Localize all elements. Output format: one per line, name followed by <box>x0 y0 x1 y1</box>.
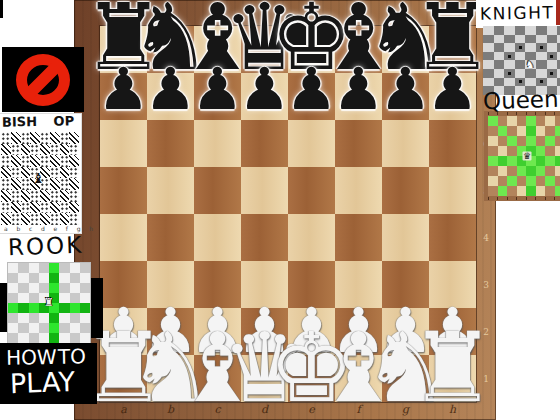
diagram-cell <box>1 178 11 190</box>
diagram-cell <box>526 166 536 176</box>
diagram-cell <box>536 176 546 186</box>
diagram-cell <box>80 263 90 273</box>
diagram-cell <box>517 116 527 126</box>
diagram-cell <box>488 166 498 176</box>
how-to-play-line2: PLAY <box>9 366 75 399</box>
diagram-cell <box>80 313 90 323</box>
diagram-cell <box>70 333 80 343</box>
diagram-cell <box>50 167 60 179</box>
diagram-cell <box>498 116 508 126</box>
diagram-cell <box>1 144 11 156</box>
diagram-cell <box>69 202 79 214</box>
diagram-cell <box>536 26 547 35</box>
diagram-cell <box>60 132 70 144</box>
square-e6[interactable] <box>288 120 335 167</box>
diagram-cell <box>555 136 560 146</box>
diagram-cell <box>21 132 31 144</box>
black-pawn[interactable]: ♟ <box>427 60 479 118</box>
square-d4[interactable] <box>241 214 288 261</box>
diagram-cell <box>8 293 18 303</box>
diagram-cell <box>494 43 505 52</box>
diagram-cell <box>18 263 28 273</box>
diagram-cell <box>40 132 50 144</box>
diagram-cell <box>69 178 79 190</box>
knight-move-dot <box>540 80 543 83</box>
diagram-cell <box>60 190 70 202</box>
diagram-cell <box>507 156 517 166</box>
diagram-cell <box>494 35 505 44</box>
diagram-cell <box>488 146 498 156</box>
diagram-cell <box>39 263 49 273</box>
diagram-cell <box>49 273 59 283</box>
diagram-cell <box>555 156 560 166</box>
bishop-moves-panel: BISH OP ♝ a b c d e f g h <box>0 114 81 233</box>
diagram-cell <box>8 273 18 283</box>
diagram-cell <box>483 78 494 87</box>
diagram-cell <box>11 190 21 202</box>
diagram-cell <box>547 60 558 69</box>
diagram-cell <box>40 190 50 202</box>
diagram-cell <box>545 136 555 146</box>
diagram-cell <box>526 136 536 146</box>
diagram-cell <box>545 156 555 166</box>
diagram-cell <box>59 263 69 273</box>
queen-panel-title: Queen <box>483 86 559 115</box>
diagram-cell <box>536 146 546 156</box>
diagram-cell <box>50 155 60 167</box>
diagram-cell <box>498 156 508 166</box>
diagram-cell <box>536 69 547 78</box>
square-f6[interactable] <box>335 120 382 167</box>
diagram-cell <box>21 167 31 179</box>
diagram-cell <box>507 116 517 126</box>
diagram-cell <box>39 273 49 283</box>
diagram-cell <box>30 155 40 167</box>
knight-move-dot <box>519 80 522 83</box>
diagram-cell <box>525 78 536 87</box>
diagram-cell <box>488 156 498 166</box>
diagram-cell <box>8 263 18 273</box>
black-bar-left <box>0 283 7 332</box>
diagram-cell <box>29 333 39 343</box>
knight-move-dot <box>540 46 543 49</box>
black-sprite-sliver <box>0 0 3 18</box>
diagram-cell <box>29 283 39 293</box>
diagram-cell <box>1 190 11 202</box>
square-a5[interactable] <box>100 167 147 214</box>
diagram-cell <box>11 213 21 225</box>
diagram-cell <box>498 126 508 136</box>
diagram-cell <box>29 303 39 313</box>
diagram-cell <box>547 43 558 52</box>
square-c5[interactable] <box>194 167 241 214</box>
diagram-cell <box>498 176 508 186</box>
diagram-cell <box>40 155 50 167</box>
diagram-cell <box>60 167 70 179</box>
diagram-cell <box>517 126 527 136</box>
diagram-cell <box>555 126 560 136</box>
diagram-cell <box>488 126 498 136</box>
diagram-cell <box>494 52 505 61</box>
diagram-cell <box>526 116 536 126</box>
rook-icon: ♜ <box>44 296 54 309</box>
diagram-cell <box>507 186 517 196</box>
square-h5[interactable] <box>429 167 476 214</box>
diagram-cell <box>483 35 494 44</box>
diagram-cell <box>488 116 498 126</box>
diagram-cell <box>555 146 560 156</box>
diagram-cell <box>488 186 498 196</box>
rank-label-4: 4 <box>483 233 489 243</box>
diagram-cell <box>11 167 21 179</box>
diagram-cell <box>555 186 560 196</box>
diagram-cell <box>70 293 80 303</box>
bishop-panel-title: BISH OP <box>2 113 74 129</box>
knight-icon: ♞ <box>526 59 535 70</box>
diagram-cell <box>1 132 11 144</box>
diagram-cell <box>21 155 31 167</box>
diagram-cell <box>39 333 49 343</box>
diagram-cell <box>545 146 555 156</box>
square-d6[interactable] <box>241 120 288 167</box>
diagram-cell <box>555 166 560 176</box>
diagram-cell <box>70 313 80 323</box>
diagram-cell <box>507 146 517 156</box>
diagram-cell <box>536 156 546 166</box>
diagram-cell <box>498 146 508 156</box>
diagram-cell <box>1 202 11 214</box>
diagram-cell <box>8 283 18 293</box>
diagram-cell <box>21 213 31 225</box>
diagram-cell <box>21 202 31 214</box>
diagram-cell <box>21 144 31 156</box>
diagram-cell <box>536 116 546 126</box>
diagram-cell <box>525 43 536 52</box>
knight-moves-panel: ♞ <box>483 26 560 95</box>
diagram-cell <box>21 178 31 190</box>
diagram-cell <box>60 202 70 214</box>
diagram-cell <box>526 186 536 196</box>
diagram-cell <box>8 323 18 333</box>
diagram-cell <box>11 144 21 156</box>
square-e4[interactable] <box>288 214 335 261</box>
queen-diagram-ticks-bottom <box>488 197 560 200</box>
diagram-cell <box>39 313 49 323</box>
diagram-cell <box>69 132 79 144</box>
diagram-cell <box>80 273 90 283</box>
diagram-cell <box>39 283 49 293</box>
diagram-cell <box>507 166 517 176</box>
red-sprite-sliver <box>556 0 560 25</box>
diagram-cell <box>536 60 547 69</box>
diagram-cell <box>547 26 558 35</box>
diagram-cell <box>515 69 526 78</box>
diagram-cell <box>59 303 69 313</box>
diagram-cell <box>50 202 60 214</box>
diagram-cell <box>515 26 526 35</box>
diagram-cell <box>80 293 90 303</box>
diagram-cell <box>526 176 536 186</box>
diagram-cell <box>30 213 40 225</box>
square-a4[interactable] <box>100 214 147 261</box>
diagram-cell <box>49 263 59 273</box>
diagram-cell <box>30 144 40 156</box>
diagram-cell <box>60 178 70 190</box>
diagram-cell <box>504 60 515 69</box>
diagram-cell <box>11 178 21 190</box>
black-pawn[interactable]: ♟ <box>333 60 385 118</box>
diagram-cell <box>49 313 59 323</box>
diagram-cell <box>536 166 546 176</box>
diagram-cell <box>39 323 49 333</box>
diagram-cell <box>59 283 69 293</box>
diagram-cell <box>545 186 555 196</box>
diagram-cell <box>70 273 80 283</box>
diagram-cell <box>536 136 546 146</box>
diagram-cell <box>525 69 536 78</box>
diagram-cell <box>525 26 536 35</box>
diagram-cell <box>536 126 546 136</box>
square-c6[interactable] <box>194 120 241 167</box>
diagram-cell <box>40 144 50 156</box>
knight-move-dot <box>508 72 511 75</box>
square-b6[interactable] <box>147 120 194 167</box>
black-pawn[interactable]: ♟ <box>98 60 150 118</box>
diagram-cell <box>18 333 28 343</box>
diagram-cell <box>483 43 494 52</box>
diagram-cell <box>49 333 59 343</box>
diagram-cell <box>50 144 60 156</box>
diagram-cell <box>1 167 11 179</box>
square-e5[interactable] <box>288 167 335 214</box>
diagram-cell <box>70 323 80 333</box>
diagram-cell <box>11 155 21 167</box>
diagram-cell <box>30 190 40 202</box>
diagram-cell <box>29 273 39 283</box>
diagram-cell <box>515 35 526 44</box>
diagram-cell <box>18 303 28 313</box>
diagram-cell <box>30 132 40 144</box>
chess-app-stage: abcdefgh12345678 ♜♞♝♛♚♝♞♜♟♟♟♟♟♟♟♟♟♟♟♟♟♟♟… <box>0 0 560 420</box>
black-pawn[interactable]: ♟ <box>145 60 197 118</box>
diagram-cell <box>40 213 50 225</box>
diagram-cell <box>545 126 555 136</box>
diagram-cell <box>555 116 560 126</box>
diagram-cell <box>69 155 79 167</box>
diagram-cell <box>555 176 560 186</box>
square-d5[interactable] <box>241 167 288 214</box>
diagram-cell <box>483 60 494 69</box>
diagram-cell <box>80 333 90 343</box>
white-rook[interactable]: ♜ <box>409 320 495 416</box>
square-f4[interactable] <box>335 214 382 261</box>
square-b5[interactable] <box>147 167 194 214</box>
diagram-cell <box>60 144 70 156</box>
square-g6[interactable] <box>382 120 429 167</box>
diagram-cell <box>30 202 40 214</box>
diagram-cell <box>29 323 39 333</box>
diagram-cell <box>80 283 90 293</box>
diagram-cell <box>517 136 527 146</box>
diagram-cell <box>69 213 79 225</box>
diagram-cell <box>8 333 18 343</box>
square-g5[interactable] <box>382 167 429 214</box>
bishop-icon: ♝ <box>32 170 45 186</box>
diagram-cell <box>18 283 28 293</box>
diagram-cell <box>483 69 494 78</box>
diagram-cell <box>507 126 517 136</box>
square-h4[interactable] <box>429 214 476 261</box>
diagram-cell <box>21 190 31 202</box>
diagram-cell <box>1 155 11 167</box>
diagram-cell <box>504 43 515 52</box>
diagram-cell <box>70 283 80 293</box>
diagram-cell <box>70 303 80 313</box>
diagram-cell <box>488 176 498 186</box>
diagram-cell <box>8 313 18 323</box>
knight-move-dot <box>508 55 511 58</box>
diagram-cell <box>50 213 60 225</box>
diagram-cell <box>507 176 517 186</box>
diagram-cell <box>49 283 59 293</box>
diagram-cell <box>69 167 79 179</box>
diagram-cell <box>1 213 11 225</box>
diagram-cell <box>59 293 69 303</box>
diagram-cell <box>59 333 69 343</box>
diagram-cell <box>498 186 508 196</box>
diagram-cell <box>69 144 79 156</box>
diagram-cell <box>494 78 505 87</box>
queen-icon: ♛ <box>523 152 532 161</box>
diagram-cell <box>40 202 50 214</box>
diagram-cell <box>50 190 60 202</box>
diagram-cell <box>545 176 555 186</box>
rook-moves-panel: ♜ <box>8 263 90 343</box>
diagram-cell <box>59 273 69 283</box>
diagram-cell <box>483 52 494 61</box>
diagram-cell <box>498 166 508 176</box>
diagram-cell <box>517 166 527 176</box>
diagram-cell <box>517 176 527 186</box>
diagram-cell <box>494 60 505 69</box>
rook-panel-title: ROOK <box>8 232 84 261</box>
diagram-cell <box>536 52 547 61</box>
diagram-cell <box>60 155 70 167</box>
knight-move-dot <box>550 72 553 75</box>
diagram-cell <box>8 303 18 313</box>
diagram-cell <box>504 78 515 87</box>
black-pawn[interactable]: ♟ <box>192 60 244 118</box>
queen-moves-panel: ♛ <box>484 111 560 201</box>
black-pawn[interactable]: ♟ <box>380 60 432 118</box>
diagram-cell <box>483 26 494 35</box>
square-h6[interactable] <box>429 120 476 167</box>
diagram-cell <box>536 35 547 44</box>
diagram-cell <box>29 293 39 303</box>
diagram-cell <box>18 273 28 283</box>
square-f5[interactable] <box>335 167 382 214</box>
diagram-cell <box>515 60 526 69</box>
knight-panel-title: KNIGHT <box>480 2 555 23</box>
diagram-cell <box>536 186 546 196</box>
square-g4[interactable] <box>382 214 429 261</box>
knight-move-dot <box>550 55 553 58</box>
diagram-cell <box>18 293 28 303</box>
square-b4[interactable] <box>147 214 194 261</box>
diagram-cell <box>547 35 558 44</box>
diagram-cell <box>525 35 536 44</box>
diagram-cell <box>507 136 517 146</box>
diagram-cell <box>488 136 498 146</box>
diagram-cell <box>18 323 28 333</box>
diagram-cell <box>60 213 70 225</box>
black-pawn[interactable]: ♟ <box>286 60 338 118</box>
black-pawn[interactable]: ♟ <box>239 60 291 118</box>
diagram-cell <box>504 35 515 44</box>
square-a6[interactable] <box>100 120 147 167</box>
diagram-cell <box>11 132 21 144</box>
diagram-cell <box>545 116 555 126</box>
diagram-cell <box>18 313 28 323</box>
how-to-play-button[interactable]: HOW TO PLAY <box>0 343 97 404</box>
diagram-cell <box>80 303 90 313</box>
diagram-cell <box>50 178 60 190</box>
diagram-cell <box>59 313 69 323</box>
diagram-cell <box>517 186 527 196</box>
diagram-cell <box>69 190 79 202</box>
diagram-cell <box>504 26 515 35</box>
diagram-cell <box>11 202 21 214</box>
diagram-cell <box>29 313 39 323</box>
diagram-cell <box>494 69 505 78</box>
knight-move-dot <box>519 46 522 49</box>
diagram-cell <box>70 263 80 273</box>
diagram-cell <box>526 126 536 136</box>
diagram-cell <box>29 263 39 273</box>
diagram-cell <box>80 323 90 333</box>
diagram-cell <box>515 52 526 61</box>
diagram-cell <box>59 323 69 333</box>
no-sign-button[interactable] <box>2 47 84 112</box>
diagram-cell <box>494 26 505 35</box>
diagram-cell <box>498 136 508 146</box>
diagram-cell <box>545 166 555 176</box>
diagram-cell <box>50 132 60 144</box>
rank-label-3: 3 <box>483 280 489 290</box>
square-c4[interactable] <box>194 214 241 261</box>
diagram-cell <box>49 323 59 333</box>
